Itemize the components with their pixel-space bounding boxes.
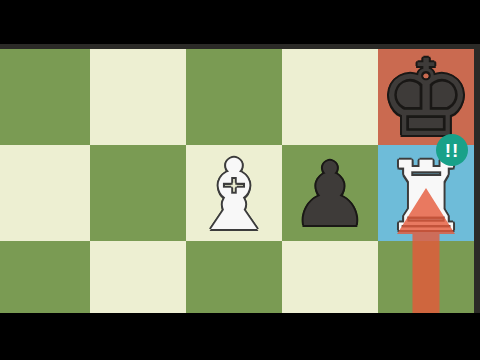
black-pawn[interactable]: ♟ [291, 151, 370, 239]
square-f8[interactable] [186, 49, 282, 145]
square-f7[interactable]: ♝ [186, 145, 282, 241]
square-g8[interactable] [282, 49, 378, 145]
square-e8[interactable] [90, 49, 186, 145]
square-e7[interactable] [90, 145, 186, 241]
chessboard: ♚♝♟♜ [0, 49, 474, 337]
square-h8[interactable]: ♚ [378, 49, 474, 145]
square-d8[interactable] [0, 49, 90, 145]
screen: ♚♝♟♜ !! [0, 0, 480, 360]
square-g7[interactable]: ♟ [282, 145, 378, 241]
square-d7[interactable] [0, 145, 90, 241]
brilliant-move-label: !! [445, 141, 460, 160]
letterbox-bottom [0, 313, 480, 360]
white-bishop[interactable]: ♝ [190, 146, 278, 244]
brilliant-move-badge: !! [436, 134, 468, 166]
letterbox-top [0, 0, 480, 44]
